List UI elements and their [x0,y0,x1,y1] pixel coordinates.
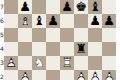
black-pawn-d6[interactable]: ♟ [46,14,60,28]
square-a3[interactable]: ♟♙ [4,56,18,70]
square-f6[interactable] [74,14,88,28]
square-g4[interactable] [88,42,102,56]
square-c6[interactable]: ♝ [32,14,46,28]
square-d3[interactable] [46,56,60,70]
square-g5[interactable] [88,28,102,42]
white-rook-e3[interactable]: ♜♖ [60,56,74,70]
square-b4[interactable] [18,42,32,56]
black-bishop-g7[interactable]: ♝ [88,0,102,14]
square-f7[interactable]: ♚ [74,0,88,14]
square-f5[interactable] [74,28,88,42]
square-f3[interactable] [74,56,88,70]
square-d2[interactable] [46,70,60,80]
square-g2[interactable]: ♟♙ [88,70,102,80]
square-b5[interactable] [18,28,32,42]
square-g7[interactable]: ♝ [88,0,102,14]
square-h3[interactable] [102,56,116,70]
chess-board[interactable]: ♟♟♚♝♝♗♝♟♟♟♜♟♙♞♘♜♖♟♙♟♙♟♙♟♙ [4,0,116,80]
black-bishop-c6[interactable]: ♝ [32,14,46,28]
square-h5[interactable] [102,28,116,42]
square-d6[interactable]: ♟ [46,14,60,28]
white-piece-outline: ♙ [4,56,18,70]
white-pawn-f2[interactable]: ♟♙ [74,70,88,80]
square-e3[interactable]: ♜♖ [60,56,74,70]
square-d5[interactable] [46,28,60,42]
square-d7[interactable] [46,0,60,14]
white-piece-outline: ♘ [32,56,46,70]
square-b3[interactable] [18,56,32,70]
square-e7[interactable]: ♟ [60,0,74,14]
black-pawn-b7[interactable]: ♟ [18,0,32,14]
white-piece-outline: ♙ [88,70,102,80]
black-rook-f4[interactable]: ♜ [74,42,88,56]
square-h2[interactable]: ♟♙ [102,70,116,80]
square-f2[interactable]: ♟♙ [74,70,88,80]
black-pawn-h6[interactable]: ♟ [102,14,116,28]
square-e5[interactable] [60,28,74,42]
square-b2[interactable]: ♟♙ [18,70,32,80]
square-h7[interactable] [102,0,116,14]
square-e2[interactable] [60,70,74,80]
square-g6[interactable]: ♟ [88,14,102,28]
square-h4[interactable] [102,42,116,56]
square-a6[interactable] [4,14,18,28]
square-a4[interactable] [4,42,18,56]
square-e4[interactable] [60,42,74,56]
square-c2[interactable] [32,70,46,80]
white-pawn-h2[interactable]: ♟♙ [102,70,116,80]
square-d4[interactable] [46,42,60,56]
white-knight-c3[interactable]: ♞♘ [32,56,46,70]
square-b7[interactable]: ♟ [18,0,32,14]
white-piece-outline: ♙ [18,70,32,80]
square-c7[interactable] [32,0,46,14]
white-piece-outline: ♖ [60,56,74,70]
square-c3[interactable]: ♞♘ [32,56,46,70]
square-f4[interactable]: ♜ [74,42,88,56]
white-pawn-a3[interactable]: ♟♙ [4,56,18,70]
white-piece-outline: ♙ [102,70,116,80]
square-b6[interactable]: ♝♗ [18,14,32,28]
right-margin [116,0,120,80]
white-bishop-b6[interactable]: ♝♗ [18,14,32,28]
square-a2[interactable] [4,70,18,80]
white-piece-outline: ♗ [18,14,32,28]
square-a5[interactable] [4,28,18,42]
black-pawn-g6[interactable]: ♟ [88,14,102,28]
black-pawn-e7[interactable]: ♟ [60,0,74,14]
square-e6[interactable] [60,14,74,28]
white-pawn-b2[interactable]: ♟♙ [18,70,32,80]
square-a7[interactable] [4,0,18,14]
square-c4[interactable] [32,42,46,56]
square-g3[interactable] [88,56,102,70]
square-c5[interactable] [32,28,46,42]
square-h6[interactable]: ♟ [102,14,116,28]
chess-diagram-crop: 765432 ♟♟♚♝♝♗♝♟♟♟♜♟♙♞♘♜♖♟♙♟♙♟♙♟♙ [0,0,120,80]
white-piece-outline: ♙ [74,70,88,80]
black-king-f7[interactable]: ♚ [74,0,88,14]
white-pawn-g2[interactable]: ♟♙ [88,70,102,80]
